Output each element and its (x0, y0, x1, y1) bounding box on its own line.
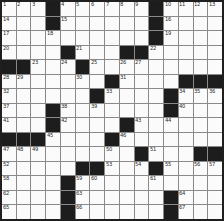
clue-number: 7 (106, 2, 109, 7)
crossword-cell[interactable]: 48 (17, 147, 31, 161)
crossword-cell[interactable] (120, 162, 134, 176)
crossword-cell[interactable]: 40 (179, 104, 193, 118)
crossword-cell[interactable]: 11 (179, 2, 193, 16)
crossword-cell[interactable]: 15 (61, 17, 75, 31)
crossword-cell[interactable]: 35 (194, 89, 208, 103)
crossword-cell[interactable] (194, 176, 208, 190)
crossword-cell[interactable]: 6 (90, 2, 104, 16)
crossword-cell[interactable] (46, 75, 60, 89)
crossword-cell[interactable]: 23 (31, 60, 45, 74)
clue-number: 27 (135, 60, 141, 65)
clue-number: 59 (76, 176, 82, 181)
crossword-cell[interactable] (120, 17, 134, 31)
black-cell (149, 2, 163, 16)
crossword-cell[interactable] (17, 31, 31, 45)
crossword-cell[interactable] (17, 176, 31, 190)
clue-number: 62 (3, 191, 9, 196)
crossword-cell[interactable] (135, 205, 149, 219)
black-cell (194, 147, 208, 161)
crossword-cell[interactable] (164, 60, 178, 74)
clue-number: 10 (165, 2, 171, 7)
crossword-cell[interactable] (105, 191, 119, 205)
crossword-cell[interactable] (105, 17, 119, 31)
crossword-cell[interactable] (90, 31, 104, 45)
clue-number: 4 (61, 2, 64, 7)
crossword-cell[interactable] (105, 60, 119, 74)
crossword-cell[interactable] (208, 60, 222, 74)
crossword-cell[interactable] (208, 133, 222, 147)
crossword-cell[interactable] (76, 89, 90, 103)
clue-number: 34 (179, 89, 185, 94)
black-cell (135, 147, 149, 161)
crossword-cell[interactable] (179, 31, 193, 45)
crossword-cell[interactable] (194, 17, 208, 31)
crossword-cell[interactable]: 28 (2, 75, 16, 89)
black-cell (76, 162, 90, 176)
crossword-cell[interactable]: 45 (46, 133, 60, 147)
crossword-cell[interactable]: 54 (135, 162, 149, 176)
black-cell (149, 162, 163, 176)
black-cell (76, 60, 90, 74)
crossword-cell[interactable]: 26 (120, 60, 134, 74)
clue-number: 5 (76, 2, 79, 7)
crossword-cell[interactable]: 8 (120, 2, 134, 16)
clue-number: 45 (47, 133, 53, 138)
crossword-cell[interactable] (194, 133, 208, 147)
clue-number: 30 (76, 75, 82, 80)
clue-number: 19 (165, 31, 171, 36)
crossword-cell[interactable] (208, 17, 222, 31)
crossword-cell[interactable] (179, 17, 193, 31)
crossword-cell[interactable]: 67 (179, 205, 193, 219)
crossword-cell[interactable] (208, 205, 222, 219)
crossword-puzzle: 1234567891011121314151617181920212223242… (0, 0, 224, 221)
crossword-cell[interactable] (105, 31, 119, 45)
crossword-cell[interactable] (61, 147, 75, 161)
clue-number: 14 (3, 17, 9, 22)
crossword-cell[interactable]: 2 (17, 2, 31, 16)
crossword-cell[interactable] (105, 104, 119, 118)
crossword-cell[interactable] (31, 31, 45, 45)
crossword-cell[interactable] (105, 46, 119, 60)
crossword-cell[interactable]: 62 (2, 191, 16, 205)
crossword-cell[interactable] (164, 133, 178, 147)
black-cell (120, 118, 134, 132)
black-cell (2, 133, 16, 147)
crossword-cell[interactable] (149, 104, 163, 118)
clue-number: 20 (3, 46, 9, 51)
clue-number: 35 (194, 89, 200, 94)
clue-number: 11 (179, 2, 185, 7)
crossword-cell[interactable]: 43 (135, 118, 149, 132)
crossword-cell[interactable] (179, 46, 193, 60)
crossword-cell[interactable] (31, 46, 45, 60)
crossword-cell[interactable] (31, 162, 45, 176)
black-cell (61, 191, 75, 205)
crossword-cell[interactable]: 24 (61, 60, 75, 74)
clue-number: 52 (3, 162, 9, 167)
crossword-cell[interactable] (17, 46, 31, 60)
black-cell (164, 191, 178, 205)
crossword-cell[interactable] (46, 60, 60, 74)
clue-number: 50 (106, 147, 112, 152)
clue-number: 64 (179, 191, 185, 196)
clue-number: 32 (3, 89, 9, 94)
clue-number: 31 (120, 75, 126, 80)
crossword-cell[interactable] (179, 133, 193, 147)
black-cell (31, 133, 45, 147)
crossword-cell[interactable] (31, 17, 45, 31)
black-cell (208, 75, 222, 89)
black-cell (46, 104, 60, 118)
black-cell (46, 2, 60, 16)
black-cell (61, 176, 75, 190)
black-cell (149, 17, 163, 31)
black-cell (17, 60, 31, 74)
crossword-cell[interactable] (149, 133, 163, 147)
crossword-cell[interactable] (46, 205, 60, 219)
clue-number: 57 (209, 162, 215, 167)
crossword-cell[interactable]: 50 (105, 147, 119, 161)
crossword-cell[interactable] (179, 60, 193, 74)
clue-number: 13 (209, 2, 215, 7)
crossword-cell[interactable] (179, 176, 193, 190)
clue-number: 61 (150, 176, 156, 181)
crossword-cell[interactable] (135, 89, 149, 103)
crossword-cell[interactable]: 25 (90, 60, 104, 74)
crossword-cell[interactable] (194, 46, 208, 60)
clue-number: 67 (179, 205, 185, 210)
crossword-cell[interactable] (149, 205, 163, 219)
crossword-cell[interactable] (76, 147, 90, 161)
crossword-cell[interactable] (31, 191, 45, 205)
clue-number: 3 (32, 2, 35, 7)
crossword-cell[interactable] (208, 104, 222, 118)
crossword-cell[interactable]: 51 (149, 147, 163, 161)
black-cell (61, 205, 75, 219)
crossword-cell[interactable] (31, 104, 45, 118)
black-cell (179, 75, 193, 89)
crossword-cell[interactable]: 42 (61, 118, 75, 132)
clue-number: 60 (91, 176, 97, 181)
crossword-cell[interactable]: 66 (76, 205, 90, 219)
crossword-cell[interactable] (120, 176, 134, 190)
clue-number: 56 (194, 162, 200, 167)
crossword-cell[interactable] (76, 104, 90, 118)
clue-number: 18 (47, 31, 53, 36)
clue-number: 38 (61, 104, 67, 109)
crossword-cell[interactable] (90, 147, 104, 161)
black-cell (135, 46, 149, 60)
clue-number: 54 (135, 162, 141, 167)
black-cell (46, 17, 60, 31)
crossword-cell[interactable] (149, 191, 163, 205)
black-cell (17, 133, 31, 147)
clue-number: 66 (76, 205, 82, 210)
crossword-cell[interactable]: 58 (2, 176, 16, 190)
crossword-cell[interactable] (90, 191, 104, 205)
crossword-cell[interactable]: 27 (135, 60, 149, 74)
crossword-cell[interactable]: 14 (2, 17, 16, 31)
crossword-cell[interactable] (135, 191, 149, 205)
black-cell (164, 205, 178, 219)
crossword-cell[interactable] (120, 89, 134, 103)
crossword-cell[interactable] (208, 31, 222, 45)
crossword-cell[interactable] (135, 133, 149, 147)
crossword-cell[interactable] (46, 89, 60, 103)
crossword-cell[interactable] (46, 162, 60, 176)
crossword-cell[interactable] (208, 46, 222, 60)
crossword-cell[interactable]: 13 (208, 2, 222, 16)
clue-number: 63 (76, 191, 82, 196)
crossword-cell[interactable]: 56 (194, 162, 208, 176)
crossword-cell[interactable] (135, 104, 149, 118)
black-cell (105, 133, 119, 147)
clue-number: 26 (120, 60, 126, 65)
crossword-cell[interactable] (17, 191, 31, 205)
crossword-cell[interactable]: 7 (105, 2, 119, 16)
crossword-cell[interactable]: 60 (90, 176, 104, 190)
crossword-cell[interactable] (179, 147, 193, 161)
crossword-cell[interactable] (46, 147, 60, 161)
crossword-cell[interactable]: 22 (149, 46, 163, 60)
clue-number: 9 (135, 2, 138, 7)
crossword-cell[interactable] (179, 162, 193, 176)
crossword-cell[interactable] (135, 176, 149, 190)
clue-number: 24 (61, 60, 67, 65)
clue-number: 42 (61, 118, 67, 123)
crossword-cell[interactable] (17, 205, 31, 219)
crossword-cell[interactable] (46, 46, 60, 60)
clue-number: 53 (106, 162, 112, 167)
crossword-cell[interactable] (135, 75, 149, 89)
crossword-cell[interactable] (31, 75, 45, 89)
crossword-cell[interactable]: 64 (179, 191, 193, 205)
crossword-cell[interactable] (149, 75, 163, 89)
crossword-cell[interactable]: 61 (149, 176, 163, 190)
clue-number: 51 (150, 147, 156, 152)
clue-number: 25 (91, 60, 97, 65)
black-cell (61, 46, 75, 60)
crossword-cell[interactable]: 37 (2, 104, 16, 118)
crossword-cell[interactable]: 5 (76, 2, 90, 16)
crossword-cell[interactable] (194, 205, 208, 219)
crossword-cell[interactable]: 34 (179, 89, 193, 103)
crossword-cell[interactable] (61, 89, 75, 103)
crossword-cell[interactable] (208, 176, 222, 190)
crossword-cell[interactable] (76, 17, 90, 31)
black-cell (90, 89, 104, 103)
clue-number: 41 (3, 118, 9, 123)
clue-number: 55 (165, 162, 171, 167)
crossword-cell[interactable] (194, 191, 208, 205)
crossword-cell[interactable] (149, 60, 163, 74)
clue-number: 65 (3, 205, 9, 210)
crossword-cell[interactable] (61, 162, 75, 176)
crossword-cell[interactable]: 63 (76, 191, 90, 205)
crossword-cell[interactable] (31, 205, 45, 219)
crossword-cell[interactable] (164, 147, 178, 161)
crossword-cell[interactable] (90, 205, 104, 219)
black-cell (208, 147, 222, 161)
crossword-cell[interactable]: 10 (164, 2, 178, 16)
crossword-cell[interactable] (105, 205, 119, 219)
clue-number: 2 (17, 2, 20, 7)
crossword-cell[interactable]: 41 (2, 118, 16, 132)
crossword-cell[interactable] (120, 31, 134, 45)
crossword-cell[interactable] (194, 31, 208, 45)
black-cell (164, 104, 178, 118)
crossword-cell[interactable] (90, 75, 104, 89)
crossword-cell[interactable]: 49 (31, 147, 45, 161)
crossword-cell[interactable]: 65 (2, 205, 16, 219)
crossword-cell[interactable] (164, 46, 178, 60)
crossword-cell[interactable] (90, 118, 104, 132)
crossword-cell[interactable]: 59 (76, 176, 90, 190)
crossword-cell[interactable]: 31 (120, 75, 134, 89)
crossword-cell[interactable]: 12 (194, 2, 208, 16)
crossword-cell[interactable] (120, 147, 134, 161)
black-cell (2, 60, 16, 74)
crossword-cell[interactable] (46, 176, 60, 190)
crossword-cell[interactable]: 18 (46, 31, 60, 45)
crossword-cell[interactable] (164, 176, 178, 190)
crossword-cell[interactable]: 17 (2, 31, 16, 45)
clue-number: 37 (3, 104, 9, 109)
crossword-cell[interactable]: 16 (164, 17, 178, 31)
clue-number: 46 (120, 133, 126, 138)
crossword-cell[interactable] (194, 60, 208, 74)
clue-number: 21 (76, 46, 82, 51)
black-cell (105, 75, 119, 89)
clue-number: 22 (150, 46, 156, 51)
clue-number: 29 (17, 75, 23, 80)
crossword-cell[interactable] (31, 176, 45, 190)
crossword-cell[interactable] (194, 118, 208, 132)
crossword-cell[interactable] (31, 89, 45, 103)
crossword-cell[interactable]: 38 (61, 104, 75, 118)
clue-number: 44 (165, 118, 171, 123)
black-cell (46, 118, 60, 132)
crossword-cell[interactable] (61, 75, 75, 89)
crossword-cell[interactable]: 36 (208, 89, 222, 103)
crossword-cell[interactable]: 53 (105, 162, 119, 176)
crossword-cell[interactable] (105, 118, 119, 132)
crossword-cell[interactable] (90, 133, 104, 147)
crossword-cell[interactable] (120, 104, 134, 118)
crossword-cell[interactable]: 46 (120, 133, 134, 147)
crossword-cell[interactable] (61, 133, 75, 147)
crossword-cell[interactable]: 39 (90, 104, 104, 118)
clue-number: 40 (179, 104, 185, 109)
crossword-cell[interactable]: 55 (164, 162, 178, 176)
clue-number: 16 (165, 17, 171, 22)
crossword-cell[interactable]: 4 (61, 2, 75, 16)
crossword-cell[interactable] (135, 17, 149, 31)
clue-number: 58 (3, 176, 9, 181)
crossword-cell[interactable] (17, 118, 31, 132)
crossword-cell[interactable]: 33 (105, 89, 119, 103)
clue-number: 15 (61, 17, 67, 22)
crossword-cell[interactable] (135, 31, 149, 45)
crossword-cell[interactable]: 32 (2, 89, 16, 103)
crossword-cell[interactable] (17, 89, 31, 103)
crossword-cell[interactable]: 20 (2, 46, 16, 60)
crossword-cell[interactable]: 52 (2, 162, 16, 176)
crossword-cell[interactable] (90, 46, 104, 60)
crossword-cell[interactable] (17, 17, 31, 31)
crossword-cell[interactable] (208, 191, 222, 205)
crossword-cell[interactable] (164, 75, 178, 89)
clue-number: 12 (194, 2, 200, 7)
crossword-cell[interactable] (76, 118, 90, 132)
black-cell (164, 89, 178, 103)
clue-number: 17 (3, 31, 9, 36)
crossword-cell[interactable]: 57 (208, 162, 222, 176)
crossword-cell[interactable] (76, 133, 90, 147)
black-cell (149, 31, 163, 45)
crossword-cell[interactable] (17, 104, 31, 118)
crossword-cell[interactable] (120, 191, 134, 205)
clue-number: 28 (3, 75, 9, 80)
crossword-cell[interactable] (105, 176, 119, 190)
clue-number: 1 (3, 2, 6, 7)
clue-number: 36 (209, 89, 215, 94)
clue-number: 33 (106, 89, 112, 94)
clue-number: 43 (135, 118, 141, 123)
clue-number: 6 (91, 2, 94, 7)
crossword-cell[interactable]: 21 (76, 46, 90, 60)
crossword-cell[interactable]: 30 (76, 75, 90, 89)
crossword-cell[interactable] (208, 118, 222, 132)
crossword-board: 1234567891011121314151617181920212223242… (0, 0, 224, 221)
crossword-cell[interactable] (149, 89, 163, 103)
black-cell (120, 46, 134, 60)
crossword-cell[interactable] (61, 31, 75, 45)
crossword-cell[interactable] (76, 31, 90, 45)
clue-number: 23 (32, 60, 38, 65)
clue-number: 8 (120, 2, 123, 7)
clue-number: 49 (32, 147, 38, 152)
crossword-cell[interactable]: 29 (17, 75, 31, 89)
crossword-cell[interactable] (179, 118, 193, 132)
crossword-cell[interactable] (149, 118, 163, 132)
crossword-cell[interactable]: 9 (135, 2, 149, 16)
clue-number: 48 (17, 147, 23, 152)
crossword-cell[interactable]: 47 (2, 147, 16, 161)
crossword-cell[interactable]: 1 (2, 2, 16, 16)
crossword-cell[interactable] (194, 104, 208, 118)
black-cell (90, 162, 104, 176)
black-cell (194, 75, 208, 89)
clue-number: 39 (91, 104, 97, 109)
crossword-cell[interactable] (46, 191, 60, 205)
crossword-cell[interactable] (31, 118, 45, 132)
crossword-cell[interactable] (17, 162, 31, 176)
clue-number: 47 (3, 147, 9, 152)
crossword-cell[interactable]: 19 (164, 31, 178, 45)
crossword-cell[interactable] (120, 205, 134, 219)
crossword-cell[interactable]: 3 (31, 2, 45, 16)
crossword-cell[interactable] (90, 17, 104, 31)
crossword-cell[interactable]: 44 (164, 118, 178, 132)
